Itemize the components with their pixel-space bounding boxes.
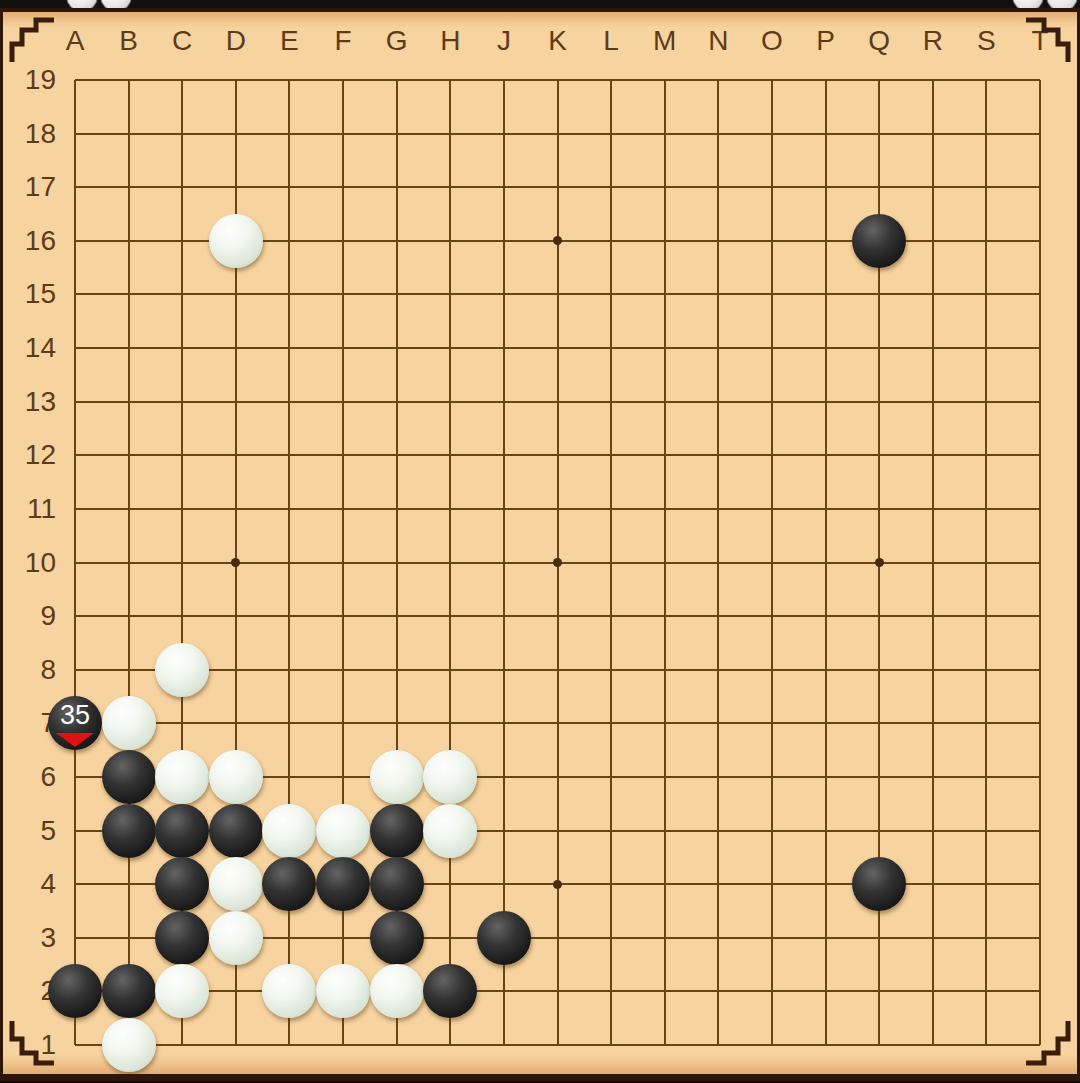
- column-label: Q: [857, 24, 901, 58]
- corner-ornament-icon: [2, 1021, 54, 1073]
- row-label: 13: [12, 385, 56, 419]
- stone-Q16[interactable]: [852, 214, 906, 268]
- stone-C5[interactable]: [155, 804, 209, 858]
- corner-ornament-icon: [1026, 10, 1078, 62]
- column-label: B: [107, 24, 151, 58]
- stone-H5[interactable]: [423, 804, 477, 858]
- star-point: [553, 880, 562, 889]
- row-label: 3: [12, 921, 56, 955]
- stone-D6[interactable]: [209, 750, 263, 804]
- stone-A2[interactable]: [48, 964, 102, 1018]
- grid-line-horizontal: [75, 990, 1040, 992]
- grid-line-vertical: [610, 80, 612, 1045]
- stone-C8[interactable]: [155, 643, 209, 697]
- stone-E5[interactable]: [262, 804, 316, 858]
- stone-G6[interactable]: [370, 750, 424, 804]
- grid-line-horizontal: [75, 615, 1040, 617]
- column-label: F: [321, 24, 365, 58]
- row-label: 8: [12, 653, 56, 687]
- stone-B7[interactable]: [102, 696, 156, 750]
- column-label: R: [911, 24, 955, 58]
- star-point: [553, 236, 562, 245]
- grid-line-vertical: [985, 80, 987, 1045]
- stone-G5[interactable]: [370, 804, 424, 858]
- stone-H2[interactable]: [423, 964, 477, 1018]
- stone-A7[interactable]: 35: [48, 696, 102, 750]
- grid-line-horizontal: [75, 722, 1040, 724]
- stone-C4[interactable]: [155, 857, 209, 911]
- stone-D16[interactable]: [209, 214, 263, 268]
- stone-E4[interactable]: [262, 857, 316, 911]
- column-label: C: [160, 24, 204, 58]
- stone-Q4[interactable]: [852, 857, 906, 911]
- column-label: J: [482, 24, 526, 58]
- row-label: 9: [12, 599, 56, 633]
- stone-C6[interactable]: [155, 750, 209, 804]
- white-stone-icon[interactable]: [1046, 0, 1078, 8]
- row-label: 16: [12, 224, 56, 258]
- stone-C3[interactable]: [155, 911, 209, 965]
- stone-G2[interactable]: [370, 964, 424, 1018]
- row-label: 18: [12, 117, 56, 151]
- stone-D5[interactable]: [209, 804, 263, 858]
- row-label: 19: [12, 63, 56, 97]
- grid-line-horizontal: [75, 1044, 1040, 1046]
- stone-B1[interactable]: [102, 1018, 156, 1072]
- stone-C2[interactable]: [155, 964, 209, 1018]
- frame-border-top: [0, 8, 1080, 12]
- stone-G3[interactable]: [370, 911, 424, 965]
- stone-F5[interactable]: [316, 804, 370, 858]
- column-label: K: [536, 24, 580, 58]
- frame-border-left: [0, 8, 3, 1083]
- frame-border-bottom: [0, 1074, 1080, 1081]
- stone-B2[interactable]: [102, 964, 156, 1018]
- stone-B5[interactable]: [102, 804, 156, 858]
- stone-G4[interactable]: [370, 857, 424, 911]
- stone-F2[interactable]: [316, 964, 370, 1018]
- last-move-number: 35: [48, 700, 102, 730]
- white-stone-icon[interactable]: [100, 0, 132, 8]
- stone-H6[interactable]: [423, 750, 477, 804]
- column-label: O: [750, 24, 794, 58]
- row-label: 6: [12, 760, 56, 794]
- row-label: 5: [12, 814, 56, 848]
- stone-E2[interactable]: [262, 964, 316, 1018]
- column-label: N: [696, 24, 740, 58]
- column-label: D: [214, 24, 258, 58]
- stone-D4[interactable]: [209, 857, 263, 911]
- grid-line-vertical: [664, 80, 666, 1045]
- row-label: 4: [12, 867, 56, 901]
- corner-ornament-icon: [1026, 1021, 1078, 1073]
- top-app-bar: [0, 0, 1080, 8]
- stone-F4[interactable]: [316, 857, 370, 911]
- column-label: G: [375, 24, 419, 58]
- grid-line-horizontal: [75, 669, 1040, 671]
- grid-line-vertical: [825, 80, 827, 1045]
- row-label: 12: [12, 438, 56, 472]
- column-label: L: [589, 24, 633, 58]
- star-point: [553, 558, 562, 567]
- stone-B6[interactable]: [102, 750, 156, 804]
- row-label: 14: [12, 331, 56, 365]
- row-label: 11: [12, 492, 56, 526]
- row-label: 10: [12, 546, 56, 580]
- last-move-triangle-icon: [56, 733, 94, 747]
- column-label: E: [267, 24, 311, 58]
- go-app-screen: A19B18C17D16E15F14G13H12J11K10L9M8N7O6P5…: [0, 0, 1080, 1083]
- column-label: M: [643, 24, 687, 58]
- white-stone-icon[interactable]: [1012, 0, 1044, 8]
- row-label: 17: [12, 170, 56, 204]
- stone-J3[interactable]: [477, 911, 531, 965]
- star-point: [875, 558, 884, 567]
- grid-line-vertical: [771, 80, 773, 1045]
- star-point: [231, 558, 240, 567]
- grid-line-vertical: [932, 80, 934, 1045]
- column-label: S: [964, 24, 1008, 58]
- board-bottom-margin: [0, 1054, 1080, 1074]
- stone-D3[interactable]: [209, 911, 263, 965]
- column-label: A: [53, 24, 97, 58]
- corner-ornament-icon: [2, 10, 54, 62]
- row-label: 15: [12, 277, 56, 311]
- column-label: P: [804, 24, 848, 58]
- white-stone-icon[interactable]: [66, 0, 98, 8]
- grid-line-vertical: [1039, 80, 1041, 1045]
- column-label: H: [428, 24, 472, 58]
- grid-line-vertical: [717, 80, 719, 1045]
